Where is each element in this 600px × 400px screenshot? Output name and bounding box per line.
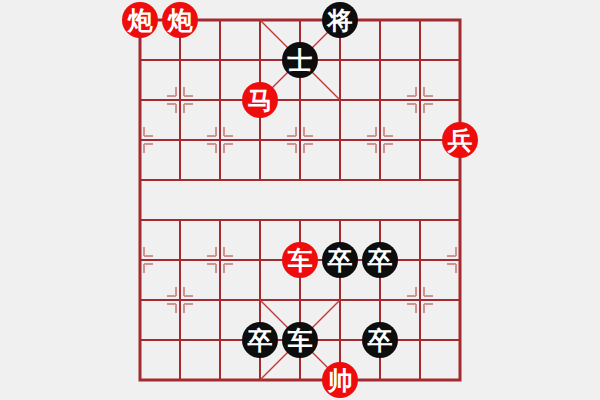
- piece-black-soldier-1[interactable]: 卒: [322, 242, 358, 278]
- point-7-8[interactable]: [400, 320, 440, 360]
- piece-black-soldier-3[interactable]: 卒: [242, 322, 278, 358]
- point-7-2[interactable]: [400, 80, 440, 120]
- point-8-6[interactable]: [440, 240, 480, 280]
- point-8-1[interactable]: [440, 40, 480, 80]
- point-2-1[interactable]: [200, 40, 240, 80]
- point-5-5[interactable]: [320, 200, 360, 240]
- point-6-5[interactable]: [360, 200, 400, 240]
- point-3-5[interactable]: [240, 200, 280, 240]
- point-4-7[interactable]: [280, 280, 320, 320]
- point-5-6[interactable]: 卒: [320, 240, 360, 280]
- piece-red-chariot[interactable]: 车: [282, 242, 318, 278]
- point-8-3[interactable]: 兵: [440, 120, 480, 160]
- piece-red-horse[interactable]: 马: [242, 82, 278, 118]
- point-3-4[interactable]: [240, 160, 280, 200]
- point-4-2[interactable]: [280, 80, 320, 120]
- piece-black-advisor[interactable]: 士: [282, 42, 318, 78]
- point-4-6[interactable]: 车: [280, 240, 320, 280]
- point-7-9[interactable]: [400, 360, 440, 400]
- point-5-4[interactable]: [320, 160, 360, 200]
- point-1-7[interactable]: [160, 280, 200, 320]
- point-5-3[interactable]: [320, 120, 360, 160]
- point-2-8[interactable]: [200, 320, 240, 360]
- piece-red-cannon-2[interactable]: 炮: [162, 2, 198, 38]
- point-1-3[interactable]: [160, 120, 200, 160]
- point-8-4[interactable]: [440, 160, 480, 200]
- point-0-2[interactable]: [120, 80, 160, 120]
- point-4-1[interactable]: 士: [280, 40, 320, 80]
- point-0-0[interactable]: 炮: [120, 0, 160, 40]
- point-0-8[interactable]: [120, 320, 160, 360]
- point-8-8[interactable]: [440, 320, 480, 360]
- point-0-9[interactable]: [120, 360, 160, 400]
- point-5-8[interactable]: [320, 320, 360, 360]
- xiangqi-diagram-page: 炮炮将士马兵车卒卒卒车卒帅: [0, 0, 600, 400]
- point-0-5[interactable]: [120, 200, 160, 240]
- point-0-3[interactable]: [120, 120, 160, 160]
- point-4-5[interactable]: [280, 200, 320, 240]
- point-0-6[interactable]: [120, 240, 160, 280]
- point-4-3[interactable]: [280, 120, 320, 160]
- point-5-0[interactable]: 将: [320, 0, 360, 40]
- point-3-0[interactable]: [240, 0, 280, 40]
- piece-black-general[interactable]: 将: [322, 2, 358, 38]
- point-6-1[interactable]: [360, 40, 400, 80]
- point-3-6[interactable]: [240, 240, 280, 280]
- point-0-7[interactable]: [120, 280, 160, 320]
- point-5-2[interactable]: [320, 80, 360, 120]
- point-7-0[interactable]: [400, 0, 440, 40]
- point-6-6[interactable]: 卒: [360, 240, 400, 280]
- point-2-5[interactable]: [200, 200, 240, 240]
- piece-red-cannon-1[interactable]: 炮: [122, 2, 158, 38]
- point-6-4[interactable]: [360, 160, 400, 200]
- point-0-4[interactable]: [120, 160, 160, 200]
- piece-black-soldier-2[interactable]: 卒: [362, 242, 398, 278]
- piece-red-general[interactable]: 帅: [322, 362, 358, 398]
- point-3-3[interactable]: [240, 120, 280, 160]
- point-1-8[interactable]: [160, 320, 200, 360]
- point-1-2[interactable]: [160, 80, 200, 120]
- point-2-3[interactable]: [200, 120, 240, 160]
- point-3-8[interactable]: 卒: [240, 320, 280, 360]
- point-8-9[interactable]: [440, 360, 480, 400]
- point-5-1[interactable]: [320, 40, 360, 80]
- point-2-2[interactable]: [200, 80, 240, 120]
- point-4-8[interactable]: 车: [280, 320, 320, 360]
- point-4-9[interactable]: [280, 360, 320, 400]
- point-6-8[interactable]: 卒: [360, 320, 400, 360]
- piece-black-soldier-4[interactable]: 卒: [362, 322, 398, 358]
- point-7-5[interactable]: [400, 200, 440, 240]
- point-6-7[interactable]: [360, 280, 400, 320]
- point-0-1[interactable]: [120, 40, 160, 80]
- point-6-2[interactable]: [360, 80, 400, 120]
- point-7-7[interactable]: [400, 280, 440, 320]
- point-1-1[interactable]: [160, 40, 200, 80]
- board-points: 炮炮将士马兵车卒卒卒车卒帅: [120, 0, 480, 400]
- point-8-0[interactable]: [440, 0, 480, 40]
- point-6-0[interactable]: [360, 0, 400, 40]
- point-3-7[interactable]: [240, 280, 280, 320]
- point-1-0[interactable]: 炮: [160, 0, 200, 40]
- point-7-4[interactable]: [400, 160, 440, 200]
- point-5-9[interactable]: 帅: [320, 360, 360, 400]
- point-1-9[interactable]: [160, 360, 200, 400]
- point-2-9[interactable]: [200, 360, 240, 400]
- xiangqi-board: 炮炮将士马兵车卒卒卒车卒帅: [120, 0, 480, 400]
- point-4-4[interactable]: [280, 160, 320, 200]
- point-2-7[interactable]: [200, 280, 240, 320]
- point-1-4[interactable]: [160, 160, 200, 200]
- point-3-9[interactable]: [240, 360, 280, 400]
- point-8-2[interactable]: [440, 80, 480, 120]
- point-2-6[interactable]: [200, 240, 240, 280]
- point-6-9[interactable]: [360, 360, 400, 400]
- point-2-0[interactable]: [200, 0, 240, 40]
- point-1-6[interactable]: [160, 240, 200, 280]
- point-2-4[interactable]: [200, 160, 240, 200]
- point-3-2[interactable]: 马: [240, 80, 280, 120]
- point-8-5[interactable]: [440, 200, 480, 240]
- point-4-0[interactable]: [280, 0, 320, 40]
- piece-black-chariot[interactable]: 车: [282, 322, 318, 358]
- point-1-5[interactable]: [160, 200, 200, 240]
- point-3-1[interactable]: [240, 40, 280, 80]
- point-7-6[interactable]: [400, 240, 440, 280]
- point-8-7[interactable]: [440, 280, 480, 320]
- point-5-7[interactable]: [320, 280, 360, 320]
- piece-red-soldier[interactable]: 兵: [442, 122, 478, 158]
- point-6-3[interactable]: [360, 120, 400, 160]
- point-7-1[interactable]: [400, 40, 440, 80]
- point-7-3[interactable]: [400, 120, 440, 160]
